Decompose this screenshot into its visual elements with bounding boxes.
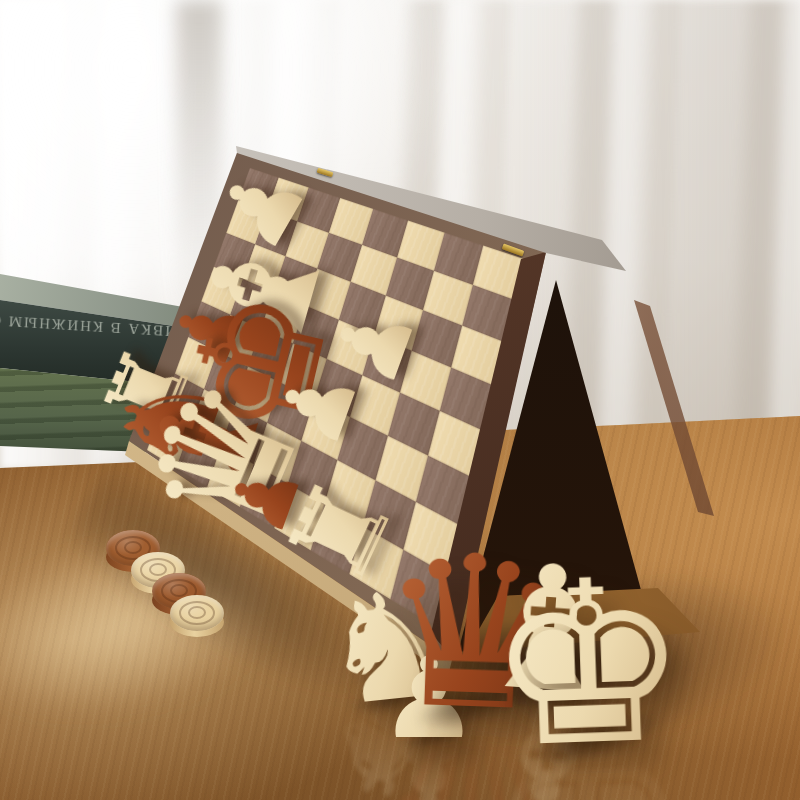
checker-top [170, 595, 224, 631]
scene: СЛИВКА В КНИЖНЫМ СА ♟♝♟♟♚♟♜♞♝♛♟♜ ♞♞♟♟♛♛♝… [0, 0, 800, 800]
checker-cream [170, 595, 224, 637]
standing-piece-cream-king: ♚ [483, 548, 692, 780]
checker-ring [188, 606, 206, 619]
